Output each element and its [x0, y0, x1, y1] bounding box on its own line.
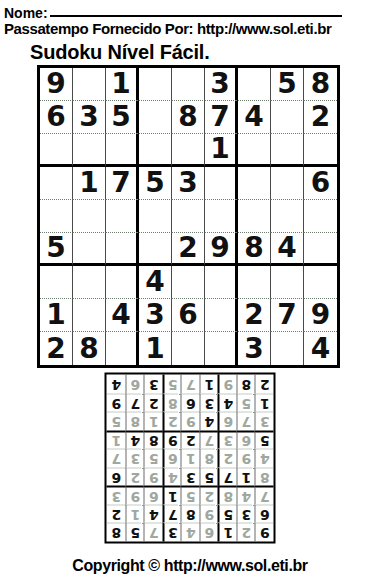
solution-cell-r2c1: 6: [255, 505, 274, 524]
puzzle-cell-r2c5: 8: [172, 101, 205, 134]
puzzle-cell-r7c4: 4: [139, 266, 172, 299]
puzzle-cell-r6c1: 5: [40, 233, 73, 266]
solution-cell-r9c1: 2: [255, 375, 274, 394]
puzzle-cell-r7c9: [304, 266, 337, 299]
solution-cell-r7c9: 5: [107, 412, 126, 431]
solution-cell-r9c6: 5: [163, 375, 182, 394]
puzzle-cell-r6c8: 4: [271, 233, 304, 266]
solution-cell-r4c7: 9: [144, 468, 163, 487]
puzzle-cell-r7c5: [172, 266, 205, 299]
puzzle-cell-r5c4: [139, 200, 172, 233]
solution-cell-r2c7: 4: [144, 505, 163, 524]
solution-cell-r7c7: 1: [144, 412, 163, 431]
solution-cell-r2c5: 8: [181, 505, 200, 524]
puzzle-cell-r9c4: 1: [139, 332, 172, 365]
puzzle-cell-r6c4: [139, 233, 172, 266]
solution-cell-r2c8: 1: [126, 505, 145, 524]
puzzle-cell-r3c7: [238, 134, 271, 167]
solution-cell-r7c6: 2: [163, 412, 182, 431]
name-label: Nome:: [4, 5, 48, 21]
puzzle-cell-r4c1: [40, 167, 73, 200]
solution-cell-r5c1: 4: [255, 449, 274, 468]
solution-cell-r1c9: 8: [107, 523, 126, 542]
puzzle-cell-r2c6: 7: [205, 101, 238, 134]
solution-cell-r5c6: 6: [163, 449, 182, 468]
puzzle-cell-r3c8: [271, 134, 304, 167]
solution-cell-r7c5: 9: [181, 412, 200, 431]
puzzle-cell-r3c6: 1: [205, 134, 238, 167]
puzzle-cell-r2c8: [271, 101, 304, 134]
puzzle-cell-r5c7: [238, 200, 271, 233]
solution-cell-r7c2: 7: [237, 412, 256, 431]
sudoku-puzzle-grid: 913586358742117536529844143627928134: [37, 65, 340, 368]
solution-cell-r3c5: 5: [181, 486, 200, 505]
solution-cell-r8c7: 2: [144, 394, 163, 413]
puzzle-cell-r1c6: 3: [205, 68, 238, 101]
puzzle-cell-r9c1: 2: [40, 332, 73, 365]
puzzle-cell-r9c7: 3: [238, 332, 271, 365]
worksheet-page: Nome: Passatempo Fornecido Por: http://w…: [0, 0, 380, 585]
puzzle-cell-r9c3: [106, 332, 139, 365]
puzzle-cell-r7c3: [106, 266, 139, 299]
puzzle-cell-r4c6: [205, 167, 238, 200]
solution-cell-r5c3: 2: [218, 449, 237, 468]
solution-cell-r9c3: 9: [218, 375, 237, 394]
name-blank-line: [50, 2, 342, 17]
solution-cell-r5c9: 7: [107, 449, 126, 468]
solution-cell-r7c8: 8: [126, 412, 145, 431]
provider-line: Passatempo Fornecido Por: http://www.sol…: [4, 20, 331, 37]
puzzle-cell-r4c3: 7: [106, 167, 139, 200]
copyright: Copyright © http://www.sol.eti.br: [0, 557, 380, 575]
solution-cell-r4c9: 6: [107, 468, 126, 487]
solution-cell-r6c1: 5: [255, 431, 274, 450]
solution-cell-r9c5: 7: [181, 375, 200, 394]
solution-cell-r9c9: 4: [107, 375, 126, 394]
solution-cell-r4c6: 4: [163, 468, 182, 487]
puzzle-cell-r2c1: 6: [40, 101, 73, 134]
puzzle-cell-r6c5: 2: [172, 233, 205, 266]
solution-cell-r9c4: 1: [200, 375, 219, 394]
solution-cell-r8c2: 5: [237, 394, 256, 413]
solution-cell-r8c5: 6: [181, 394, 200, 413]
puzzle-cell-r2c3: 5: [106, 101, 139, 134]
puzzle-cell-r4c8: [271, 167, 304, 200]
solution-cell-r9c7: 3: [144, 375, 163, 394]
solution-cell-r6c3: 3: [218, 431, 237, 450]
solution-cell-r5c7: 5: [144, 449, 163, 468]
puzzle-cell-r5c8: [271, 200, 304, 233]
puzzle-cell-r7c2: [73, 266, 106, 299]
puzzle-cell-r1c5: [172, 68, 205, 101]
puzzle-cell-r9c8: [271, 332, 304, 365]
solution-cell-r8c4: 3: [200, 394, 219, 413]
puzzle-cell-r1c7: [238, 68, 271, 101]
puzzle-cell-r5c3: [106, 200, 139, 233]
puzzle-cell-r1c2: [73, 68, 106, 101]
puzzle-cell-r6c7: 8: [238, 233, 271, 266]
puzzle-cell-r6c3: [106, 233, 139, 266]
puzzle-cell-r1c9: 8: [304, 68, 337, 101]
solution-cell-r4c2: 1: [237, 468, 256, 487]
puzzle-cell-r4c4: 5: [139, 167, 172, 200]
solution-cell-r9c2: 8: [237, 375, 256, 394]
solution-cell-r2c4: 9: [200, 505, 219, 524]
solution-cell-r1c7: 7: [144, 523, 163, 542]
solution-cell-r1c1: 9: [255, 523, 274, 542]
puzzle-cell-r5c2: [73, 200, 106, 233]
puzzle-cell-r9c9: 4: [304, 332, 337, 365]
puzzle-cell-r7c6: [205, 266, 238, 299]
solution-cell-r8c1: 1: [255, 394, 274, 413]
solution-cell-r4c3: 7: [218, 468, 237, 487]
puzzle-cell-r1c1: 9: [40, 68, 73, 101]
solution-cell-r3c9: 3: [107, 486, 126, 505]
solution-cell-r8c6: 8: [163, 394, 182, 413]
puzzle-cell-r8c1: 1: [40, 299, 73, 332]
solution-cell-r7c1: 3: [255, 412, 274, 431]
solution-cell-r6c9: 1: [107, 431, 126, 450]
solution-cell-r5c5: 1: [181, 449, 200, 468]
puzzle-cell-r2c7: 4: [238, 101, 271, 134]
puzzle-cell-r3c1: [40, 134, 73, 167]
puzzle-cell-r4c9: 6: [304, 167, 337, 200]
puzzle-cell-r3c3: [106, 134, 139, 167]
puzzle-cell-r7c8: [271, 266, 304, 299]
puzzle-cell-r4c7: [238, 167, 271, 200]
solution-cell-r4c8: 2: [126, 468, 145, 487]
sudoku-solution-grid-rotated: 9216437586359874127482516938175349264928…: [105, 373, 276, 544]
solution-cell-r3c2: 4: [237, 486, 256, 505]
puzzle-cell-r5c9: [304, 200, 337, 233]
puzzle-cell-r2c2: 3: [73, 101, 106, 134]
puzzle-cell-r2c4: [139, 101, 172, 134]
solution-cell-r3c1: 7: [255, 486, 274, 505]
solution-cell-r8c3: 4: [218, 394, 237, 413]
solution-cell-r7c3: 6: [218, 412, 237, 431]
solution-cell-r6c8: 4: [126, 431, 145, 450]
solution-cell-r4c5: 3: [181, 468, 200, 487]
solution-cell-r2c6: 7: [163, 505, 182, 524]
puzzle-cell-r9c6: [205, 332, 238, 365]
solution-cell-r3c7: 6: [144, 486, 163, 505]
solution-cell-r6c2: 6: [237, 431, 256, 450]
solution-cell-r6c7: 8: [144, 431, 163, 450]
solution-cell-r1c4: 6: [200, 523, 219, 542]
solution-cell-r7c4: 4: [200, 412, 219, 431]
solution-cell-r3c3: 8: [218, 486, 237, 505]
puzzle-cell-r7c1: [40, 266, 73, 299]
solution-cell-r1c6: 3: [163, 523, 182, 542]
puzzle-cell-r8c7: 2: [238, 299, 271, 332]
puzzle-cell-r3c2: [73, 134, 106, 167]
solution-cell-r6c4: 7: [200, 431, 219, 450]
puzzle-cell-r8c5: 6: [172, 299, 205, 332]
solution-cell-r1c2: 2: [237, 523, 256, 542]
solution-cell-r1c5: 4: [181, 523, 200, 542]
puzzle-cell-r5c6: [205, 200, 238, 233]
solution-cell-r3c6: 1: [163, 486, 182, 505]
puzzle-cell-r9c2: 8: [73, 332, 106, 365]
puzzle-cell-r8c4: 3: [139, 299, 172, 332]
puzzle-cell-r1c4: [139, 68, 172, 101]
puzzle-cell-r6c6: 9: [205, 233, 238, 266]
puzzle-cell-r8c9: 9: [304, 299, 337, 332]
puzzle-cell-r1c8: 5: [271, 68, 304, 101]
solution-cell-r8c9: 9: [107, 394, 126, 413]
solution-cell-r3c8: 9: [126, 486, 145, 505]
solution-cell-r1c3: 1: [218, 523, 237, 542]
solution-cell-r6c6: 9: [163, 431, 182, 450]
puzzle-cell-r3c9: [304, 134, 337, 167]
puzzle-cell-r8c8: 7: [271, 299, 304, 332]
puzzle-cell-r5c1: [40, 200, 73, 233]
solution-cell-r5c8: 3: [126, 449, 145, 468]
puzzle-cell-r3c4: [139, 134, 172, 167]
puzzle-cell-r1c3: 1: [106, 68, 139, 101]
solution-cell-r2c3: 5: [218, 505, 237, 524]
puzzle-cell-r7c7: [238, 266, 271, 299]
solution-cell-r2c9: 2: [107, 505, 126, 524]
puzzle-cell-r8c6: [205, 299, 238, 332]
puzzle-cell-r6c2: [73, 233, 106, 266]
puzzle-cell-r5c5: [172, 200, 205, 233]
puzzle-cell-r3c5: [172, 134, 205, 167]
solution-cell-r1c8: 5: [126, 523, 145, 542]
solution-cell-r2c2: 3: [237, 505, 256, 524]
solution-cell-r5c2: 9: [237, 449, 256, 468]
puzzle-cell-r9c5: [172, 332, 205, 365]
puzzle-cell-r6c9: [304, 233, 337, 266]
name-row: Nome:: [4, 2, 376, 21]
solution-cell-r4c4: 5: [200, 468, 219, 487]
page-title: Sudoku Nível Fácil.: [30, 41, 210, 64]
puzzle-cell-r4c5: 3: [172, 167, 205, 200]
solution-cell-r4c1: 8: [255, 468, 274, 487]
puzzle-cell-r2c9: 2: [304, 101, 337, 134]
puzzle-cell-r4c2: 1: [73, 167, 106, 200]
solution-cell-r5c4: 8: [200, 449, 219, 468]
solution-cell-r8c8: 7: [126, 394, 145, 413]
puzzle-cell-r8c2: [73, 299, 106, 332]
puzzle-cell-r8c3: 4: [106, 299, 139, 332]
solution-cell-r3c4: 2: [200, 486, 219, 505]
solution-cell-r6c5: 2: [181, 431, 200, 450]
solution-cell-r9c8: 6: [126, 375, 145, 394]
